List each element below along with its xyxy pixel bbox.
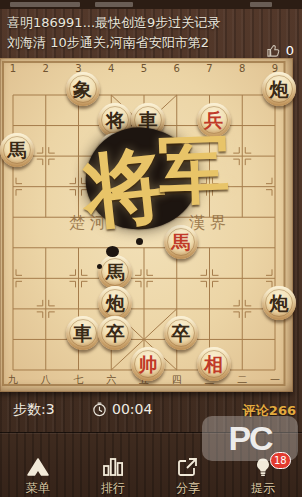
black-piece[interactable]: 象 [66,72,100,106]
nav-item-ranking[interactable]: 排行 [83,457,143,497]
piece-glyph: 炮 [270,286,289,320]
top-cropped-strip [0,0,302,9]
file-label-bottom: 八 [37,373,55,387]
black-piece[interactable]: 炮 [98,286,132,320]
file-label-bottom: 六 [102,373,120,387]
record-marquee-header: 喜明186991...最快创造9步过关记录 刘海清 10步通关,河南省安阳市第2… [0,9,302,60]
red-piece[interactable]: 帅 [131,347,165,381]
nav-item-label: 分享 [158,480,218,497]
file-label-top: 7 [201,63,219,74]
piece-glyph: 卒 [106,316,125,350]
piece-glyph: 炮 [270,72,289,106]
piece-glyph: 兵 [204,103,223,137]
like-button[interactable]: 0 [266,43,294,58]
piece-glyph: 帅 [139,347,158,381]
record-line-1: 喜明186991...最快创造9步过关记录 [7,14,277,32]
file-label-bottom: 四 [168,373,186,387]
black-piece[interactable]: 車 [131,103,165,137]
bottom-nav-bar: 菜单排行分享提示 [0,432,302,497]
cropped-text-fragment [250,2,272,7]
file-label-bottom: 九 [4,373,22,387]
black-piece[interactable]: 卒 [164,316,198,350]
piece-glyph: 卒 [171,316,190,350]
share-icon [158,457,218,477]
file-label-top: 6 [168,63,186,74]
piece-glyph: 車 [73,316,92,350]
black-piece[interactable]: 将 [98,103,132,137]
black-piece[interactable]: 炮 [262,286,296,320]
red-piece[interactable]: 馬 [164,225,198,259]
piece-glyph: 車 [139,103,158,137]
file-label-bottom: 七 [70,373,88,387]
nav-item-share[interactable]: 分享 [158,457,218,497]
menu-arrow-icon [8,457,68,477]
river-text-right: 漢界 [189,213,231,232]
piece-glyph: 馬 [8,133,27,167]
clock-icon [92,402,107,417]
nav-item-label: 提示 [233,480,293,497]
piece-glyph: 馬 [171,225,190,259]
file-label-top: 8 [233,63,251,74]
black-piece[interactable]: 馬 [0,133,34,167]
xiangqi-board[interactable]: 楚河 漢界 123456789 九八七六五四三二一 象炮将車兵馬兵馬馬炮炮車卒卒… [0,58,293,392]
record-line-2: 刘海清 10步通关,河南省安阳市第2 [7,34,277,52]
red-piece[interactable]: 相 [197,347,231,381]
timer: 00:04 [92,401,152,417]
thumbs-up-icon [266,43,281,58]
xiangqi-app-screen: 喜明186991...最快创造9步过关记录 刘海清 10步通关,河南省安阳市第2… [0,0,302,497]
file-label-bottom: 二 [233,373,251,387]
file-label-top: 5 [135,63,153,74]
status-bar: 步数:3 00:04 评论266 [0,398,302,420]
file-label-bottom: 一 [266,373,284,387]
nav-item-label: 排行 [83,480,143,497]
piece-glyph: 象 [73,72,92,106]
timer-value: 00:04 [112,401,152,417]
nav-item-menu[interactable]: 菜单 [8,457,68,497]
cropped-text-fragment [95,2,133,7]
piece-glyph: 馬 [106,255,125,289]
piece-glyph: 相 [204,347,223,381]
file-label-top: 1 [4,63,22,74]
step-counter: 步数:3 [13,401,55,419]
cropped-text-fragment [10,2,80,7]
black-piece[interactable]: 炮 [262,72,296,106]
piece-glyph: 将 [106,103,125,137]
like-count: 0 [286,43,294,58]
hint-badge: 18 [270,452,291,469]
comments-button[interactable]: 评论266 [243,402,296,420]
piece-glyph: 兵 [106,133,125,167]
red-piece[interactable]: 兵 [197,103,231,137]
nav-item-label: 菜单 [8,480,68,497]
black-piece[interactable]: 車 [66,316,100,350]
file-label-top: 4 [102,63,120,74]
ranking-icon [83,457,143,477]
file-label-top: 2 [37,63,55,74]
piece-glyph: 炮 [106,286,125,320]
river-text-left: 楚河 [69,213,111,232]
